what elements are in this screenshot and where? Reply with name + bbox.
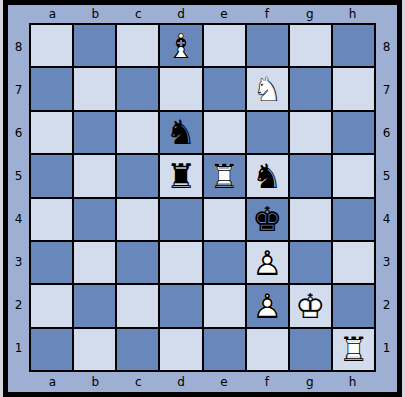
square-h1[interactable]: ♜♖ [333,329,374,370]
square-c2[interactable] [117,285,158,326]
square-a5[interactable] [31,155,72,196]
square-g4[interactable] [290,199,331,240]
file-label-d: d [160,5,203,23]
rank-label-3: 3 [376,241,397,284]
square-e8[interactable] [204,25,245,66]
square-g1[interactable] [290,329,331,370]
square-b4[interactable] [74,199,115,240]
square-f7[interactable]: ♞♘ [247,68,288,109]
square-f6[interactable] [247,112,288,153]
rank-label-4: 4 [8,198,29,241]
square-e3[interactable] [204,242,245,283]
rank-label-8: 8 [8,25,29,68]
square-a1[interactable] [31,329,72,370]
square-a7[interactable] [31,68,72,109]
square-b3[interactable] [74,242,115,283]
square-e7[interactable] [204,68,245,109]
square-h7[interactable] [333,68,374,109]
square-b8[interactable] [74,25,115,66]
square-d7[interactable] [160,68,201,109]
file-label-h: h [331,372,374,392]
rank-labels-right: 8 7 6 5 4 3 2 1 [376,23,397,372]
square-f5[interactable]: ♞ [247,155,288,196]
corner-top-left [8,5,29,23]
rank-label-8: 8 [376,25,397,68]
square-h5[interactable] [333,155,374,196]
white-knight[interactable]: ♞♘ [252,72,282,106]
square-c1[interactable] [117,329,158,370]
square-f4[interactable]: ♚ [247,199,288,240]
square-e1[interactable] [204,329,245,370]
square-g2[interactable]: ♚♔ [290,285,331,326]
rank-label-3: 3 [8,241,29,284]
square-f2[interactable]: ♟♙ [247,285,288,326]
square-d1[interactable] [160,329,201,370]
rank-labels-left: 8 7 6 5 4 3 2 1 [8,23,29,372]
square-f8[interactable] [247,25,288,66]
file-label-a: a [31,5,74,23]
file-labels-bottom: a b c d e f g h [29,372,376,392]
square-g8[interactable] [290,25,331,66]
square-g6[interactable] [290,112,331,153]
corner-bottom-right [376,372,397,392]
square-a8[interactable] [31,25,72,66]
square-b1[interactable] [74,329,115,370]
square-f1[interactable] [247,329,288,370]
square-d6[interactable]: ♞ [160,112,201,153]
file-label-f: f [245,372,288,392]
white-rook[interactable]: ♜♖ [209,159,239,193]
file-label-b: b [74,5,117,23]
rank-label-1: 1 [376,327,397,370]
file-label-g: g [288,5,331,23]
square-g3[interactable] [290,242,331,283]
square-d5[interactable]: ♜ [160,155,201,196]
file-label-f: f [245,5,288,23]
square-a4[interactable] [31,199,72,240]
square-a3[interactable] [31,242,72,283]
square-c8[interactable] [117,25,158,66]
square-b5[interactable] [74,155,115,196]
square-b7[interactable] [74,68,115,109]
black-knight[interactable]: ♞ [252,159,282,193]
file-label-g: g [288,372,331,392]
rank-label-2: 2 [8,284,29,327]
white-bishop[interactable]: ♝♗ [166,29,196,63]
rank-label-6: 6 [376,111,397,154]
square-d2[interactable] [160,285,201,326]
chess-diagram: a b c d e f g h 8 7 6 5 4 3 2 1 ♝♗♞♘♞♜♜♖… [0,0,405,397]
square-e2[interactable] [204,285,245,326]
square-e4[interactable] [204,199,245,240]
file-label-c: c [117,5,160,23]
rank-label-6: 6 [8,111,29,154]
black-king[interactable]: ♚ [252,202,282,236]
square-a6[interactable] [31,112,72,153]
square-h2[interactable] [333,285,374,326]
rank-label-1: 1 [8,327,29,370]
square-e6[interactable] [204,112,245,153]
square-e5[interactable]: ♜♖ [204,155,245,196]
file-labels-top: a b c d e f g h [29,5,376,23]
square-d4[interactable] [160,199,201,240]
white-rook[interactable]: ♜♖ [338,332,368,366]
white-pawn[interactable]: ♟♙ [252,246,282,280]
file-label-a: a [31,372,74,392]
file-label-e: e [203,372,246,392]
file-label-d: d [160,372,203,392]
square-a2[interactable] [31,285,72,326]
square-c3[interactable] [117,242,158,283]
square-f3[interactable]: ♟♙ [247,242,288,283]
corner-top-right [376,5,397,23]
rank-label-2: 2 [376,284,397,327]
square-c6[interactable] [117,112,158,153]
file-label-b: b [74,372,117,392]
square-g7[interactable] [290,68,331,109]
corner-bottom-left [8,372,29,392]
rank-label-5: 5 [8,154,29,197]
square-d3[interactable] [160,242,201,283]
board-frame: a b c d e f g h 8 7 6 5 4 3 2 1 ♝♗♞♘♞♜♜♖… [3,0,402,397]
square-h3[interactable] [333,242,374,283]
rank-label-7: 7 [8,68,29,111]
rank-label-7: 7 [376,68,397,111]
rank-label-5: 5 [376,154,397,197]
square-g5[interactable] [290,155,331,196]
square-h6[interactable] [333,112,374,153]
file-label-h: h [331,5,374,23]
square-b2[interactable] [74,285,115,326]
file-label-c: c [117,372,160,392]
square-h4[interactable] [333,199,374,240]
black-knight[interactable]: ♞ [166,115,196,149]
white-pawn[interactable]: ♟♙ [252,289,282,323]
square-d8[interactable]: ♝♗ [160,25,201,66]
black-rook[interactable]: ♜ [166,159,196,193]
square-h8[interactable] [333,25,374,66]
square-b6[interactable] [74,112,115,153]
white-king[interactable]: ♚♔ [295,289,325,323]
rank-label-4: 4 [376,198,397,241]
square-c7[interactable] [117,68,158,109]
square-c4[interactable] [117,199,158,240]
chess-board: ♝♗♞♘♞♜♜♖♞♚♟♙♟♙♚♔♜♖ [29,23,376,372]
file-label-e: e [203,5,246,23]
square-c5[interactable] [117,155,158,196]
